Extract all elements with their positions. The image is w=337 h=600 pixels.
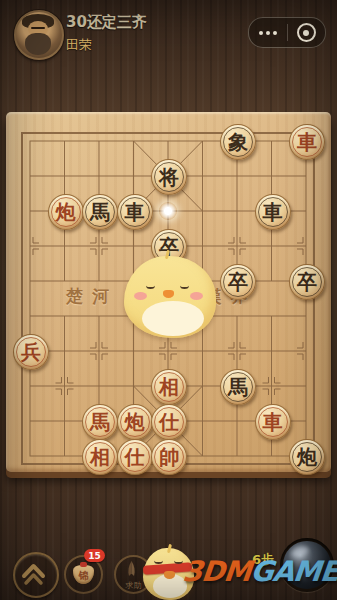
watermark-game: GAME [249, 555, 337, 588]
mascot-eye-right [180, 282, 189, 289]
level-title: 30还定三齐 [66, 13, 147, 32]
piece-red-f5r10[interactable]: 帥 [151, 439, 187, 475]
piece-red-f1r7[interactable]: 兵 [13, 334, 49, 370]
river-label-chu: 楚河 [66, 285, 118, 308]
opponent-name: 田荣 [66, 36, 92, 54]
piece-black-f9r10[interactable]: 炮 [289, 439, 325, 475]
app-screen: 30还定三齐 田荣 楚河 漢界 象車将炮馬車車卒卒卒兵相馬馬炮仕車 [0, 0, 337, 600]
piece-red-f2r3[interactable]: 炮 [48, 194, 84, 230]
watermark-3dm: 3DM [181, 555, 252, 588]
piece-black-f7r1[interactable]: 象 [220, 124, 256, 160]
expand-button[interactable] [13, 552, 59, 598]
bottom-toolbar: 锦 15 求助 6步 3DMGAME [0, 528, 337, 600]
chevron-up-icon [15, 554, 52, 591]
mascot-eye-right [174, 557, 183, 564]
player-avatar [14, 10, 64, 60]
record-circle-icon [297, 23, 316, 42]
mascot-blush-right [190, 292, 203, 300]
piece-black-f7r8[interactable]: 馬 [220, 369, 256, 405]
mascot-blush-left [134, 292, 147, 300]
mascot-eye-left [146, 282, 155, 289]
piece-black-f9r5[interactable]: 卒 [289, 264, 325, 300]
header: 30还定三齐 田荣 [0, 0, 337, 62]
more-menu-button[interactable] [249, 18, 287, 47]
close-minimize-button[interactable] [288, 18, 326, 47]
piece-red-f8r9[interactable]: 車 [255, 404, 291, 440]
piece-red-f4r10[interactable]: 仕 [117, 439, 153, 475]
piece-red-f5r9[interactable]: 仕 [151, 404, 187, 440]
piece-red-f3r9[interactable]: 馬 [82, 404, 118, 440]
avatar-beard [25, 33, 51, 55]
piece-red-f9r1[interactable]: 車 [289, 124, 325, 160]
money-bag-icon: 锦 [73, 565, 94, 584]
mascot-eye-left [154, 557, 163, 564]
piece-red-f3r10[interactable]: 相 [82, 439, 118, 475]
xiangqi-board[interactable]: 楚河 漢界 象車将炮馬車車卒卒卒兵相馬馬炮仕車相仕帥炮 [6, 112, 331, 472]
site-watermark: 3DMGAME [182, 558, 337, 586]
mascot-beak [163, 290, 174, 298]
ellipsis-icon [259, 31, 277, 35]
piece-black-f7r5[interactable]: 卒 [220, 264, 256, 300]
river-chick-mascot [120, 248, 220, 340]
piece-black-f8r3[interactable]: 車 [255, 194, 291, 230]
piece-red-f4r9[interactable]: 炮 [117, 404, 153, 440]
piece-black-f5r2[interactable]: 将 [151, 159, 187, 195]
avatar-eyes [31, 27, 45, 29]
piece-red-f5r8[interactable]: 相 [151, 369, 187, 405]
bag-character: 锦 [73, 569, 94, 583]
mascot-beak [164, 571, 175, 579]
piece-black-f3r3[interactable]: 馬 [82, 194, 118, 230]
hint-count-badge: 15 [84, 549, 105, 562]
wechat-capsule [248, 17, 326, 48]
selection-cursor [159, 202, 177, 220]
piece-black-f4r3[interactable]: 車 [117, 194, 153, 230]
